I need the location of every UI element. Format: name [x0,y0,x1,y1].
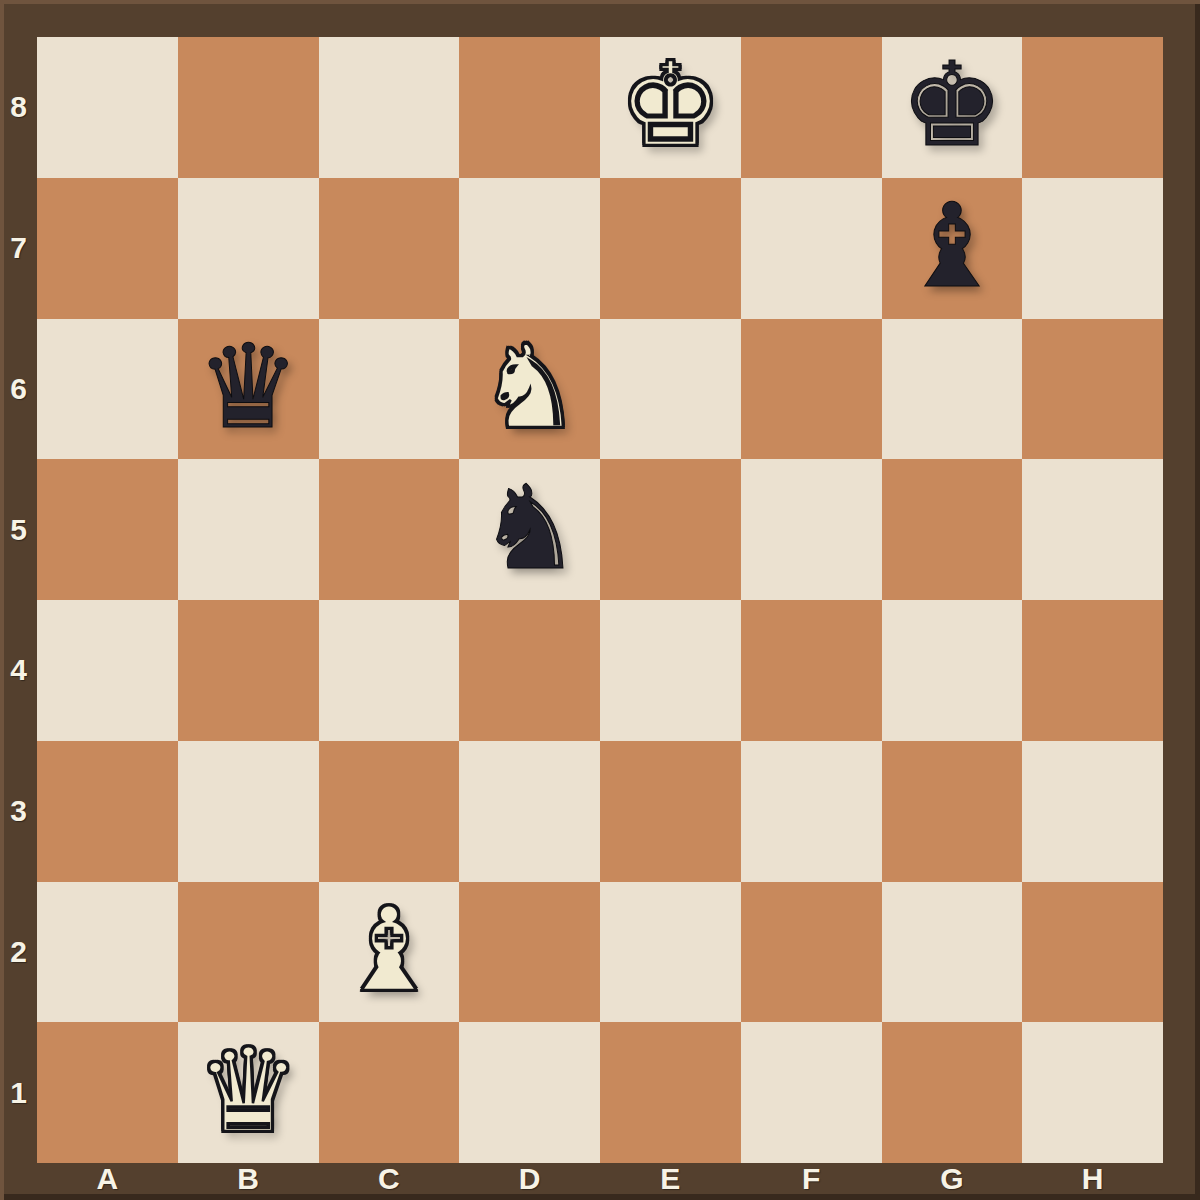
square-h6[interactable] [1022,319,1163,460]
square-a4[interactable] [37,600,178,741]
square-a2[interactable] [37,882,178,1023]
square-a7[interactable] [37,178,178,319]
square-g8[interactable]: ♚ [882,37,1023,178]
square-d3[interactable] [459,741,600,882]
square-f4[interactable] [741,600,882,741]
white-queen[interactable]: ♛ [196,1033,300,1149]
white-bishop[interactable]: ♝ [337,892,441,1008]
square-b1[interactable]: ♛ [178,1022,319,1163]
square-b3[interactable] [178,741,319,882]
square-e6[interactable] [600,319,741,460]
square-e2[interactable] [600,882,741,1023]
square-b4[interactable] [178,600,319,741]
square-a6[interactable] [37,319,178,460]
rank-label-3: 3 [0,741,37,882]
file-label-d: D [459,1163,600,1194]
square-g5[interactable] [882,459,1023,600]
square-c4[interactable] [319,600,460,741]
square-a5[interactable] [37,459,178,600]
white-knight[interactable]: ♞ [478,329,582,445]
square-a1[interactable] [37,1022,178,1163]
file-label-c: C [319,1163,460,1194]
square-c8[interactable] [319,37,460,178]
square-h4[interactable] [1022,600,1163,741]
square-c3[interactable] [319,741,460,882]
square-h1[interactable] [1022,1022,1163,1163]
square-f5[interactable] [741,459,882,600]
file-label-f: F [741,1163,882,1194]
square-g7[interactable]: ♝ [882,178,1023,319]
square-g4[interactable] [882,600,1023,741]
rank-label-4: 4 [0,600,37,741]
square-f2[interactable] [741,882,882,1023]
square-a8[interactable] [37,37,178,178]
file-labels: ABCDEFGH [37,1163,1163,1194]
rank-label-5: 5 [0,459,37,600]
chess-board-frame: 87654321 ♚♚♝♛♞♞♝♛ ABCDEFGH [0,0,1200,1200]
square-c6[interactable] [319,319,460,460]
square-e4[interactable] [600,600,741,741]
black-knight[interactable]: ♞ [478,470,582,586]
square-h3[interactable] [1022,741,1163,882]
square-h5[interactable] [1022,459,1163,600]
rank-label-1: 1 [0,1022,37,1163]
square-h7[interactable] [1022,178,1163,319]
square-b6[interactable]: ♛ [178,319,319,460]
square-c1[interactable] [319,1022,460,1163]
square-d8[interactable] [459,37,600,178]
square-b7[interactable] [178,178,319,319]
file-label-b: B [178,1163,319,1194]
rank-label-6: 6 [0,319,37,460]
square-e1[interactable] [600,1022,741,1163]
black-bishop[interactable]: ♝ [900,188,1004,304]
file-label-a: A [37,1163,178,1194]
square-g6[interactable] [882,319,1023,460]
square-e5[interactable] [600,459,741,600]
square-e7[interactable] [600,178,741,319]
rank-labels: 87654321 [0,37,37,1163]
square-a3[interactable] [37,741,178,882]
file-label-e: E [600,1163,741,1194]
square-f6[interactable] [741,319,882,460]
square-d2[interactable] [459,882,600,1023]
square-f1[interactable] [741,1022,882,1163]
rank-label-2: 2 [0,882,37,1023]
square-f8[interactable] [741,37,882,178]
square-d5[interactable]: ♞ [459,459,600,600]
square-f7[interactable] [741,178,882,319]
square-b2[interactable] [178,882,319,1023]
file-label-h: H [1022,1163,1163,1194]
square-d6[interactable]: ♞ [459,319,600,460]
square-b5[interactable] [178,459,319,600]
square-h8[interactable] [1022,37,1163,178]
square-c2[interactable]: ♝ [319,882,460,1023]
rank-label-8: 8 [0,37,37,178]
file-label-g: G [882,1163,1023,1194]
board: ♚♚♝♛♞♞♝♛ [37,37,1163,1163]
square-f3[interactable] [741,741,882,882]
square-e8[interactable]: ♚ [600,37,741,178]
square-e3[interactable] [600,741,741,882]
black-king[interactable]: ♚ [900,47,1004,163]
square-h2[interactable] [1022,882,1163,1023]
rank-label-7: 7 [0,178,37,319]
square-g3[interactable] [882,741,1023,882]
square-d1[interactable] [459,1022,600,1163]
square-g2[interactable] [882,882,1023,1023]
square-c5[interactable] [319,459,460,600]
square-d7[interactable] [459,178,600,319]
square-g1[interactable] [882,1022,1023,1163]
black-queen[interactable]: ♛ [196,329,300,445]
square-d4[interactable] [459,600,600,741]
white-king[interactable]: ♚ [618,47,722,163]
square-b8[interactable] [178,37,319,178]
square-c7[interactable] [319,178,460,319]
